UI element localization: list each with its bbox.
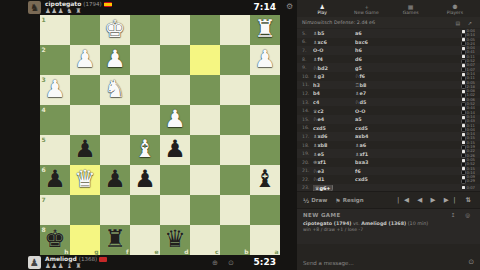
file-label: h: [64, 248, 68, 255]
white-move[interactable]: ♗e5: [313, 151, 355, 157]
black-chip-icon: [462, 120, 465, 123]
white-queen[interactable]: ♛: [70, 165, 100, 195]
square-g7[interactable]: [70, 195, 100, 225]
black-move[interactable]: bxc6: [355, 39, 397, 45]
rank-label: 5: [42, 136, 46, 143]
square-b5[interactable]: [220, 135, 250, 165]
square-c4[interactable]: [190, 105, 220, 135]
opponent-clock: 7:14: [254, 1, 276, 14]
square-c8[interactable]: c: [190, 225, 220, 255]
square-h7[interactable]: 7: [40, 195, 70, 225]
square-g6[interactable]: ♛: [70, 165, 100, 195]
black-chip-icon: [462, 34, 465, 37]
white-move[interactable]: ♘e4: [313, 116, 355, 122]
black-chip-icon: [462, 68, 465, 71]
square-d3[interactable]: [160, 75, 190, 105]
square-h4[interactable]: 4: [40, 105, 70, 135]
move-row: 17.♗xd6axb40:140:15: [297, 132, 480, 141]
black-move[interactable]: ♗e7: [355, 90, 397, 96]
white-chip-icon: [462, 176, 465, 179]
black-pawn[interactable]: ♟: [70, 135, 100, 165]
square-f2[interactable]: ♟: [100, 45, 130, 75]
black-move[interactable]: ♗a6: [355, 142, 397, 148]
white-chip-icon: [462, 73, 465, 76]
square-h1[interactable]: 1: [40, 15, 70, 45]
move-row: 8.♗f4d60:110:52: [297, 55, 480, 64]
rating-stakes: win +8 / draw +1 / lose -7: [303, 227, 474, 232]
black-pawn[interactable]: ♟: [160, 135, 190, 165]
resign-flag-icon: ⚑: [335, 197, 340, 204]
square-b2[interactable]: [220, 45, 250, 75]
move-row: 13.c4♘d50:060:52: [297, 98, 480, 107]
square-d8[interactable]: d♛: [160, 225, 190, 255]
draw-button[interactable]: ½ Draw: [303, 197, 327, 204]
square-a5[interactable]: [250, 135, 280, 165]
white-move[interactable]: ♕c2: [313, 108, 355, 114]
move-number: 12.: [302, 91, 313, 96]
white-chip-icon: [462, 64, 465, 67]
black-chip-icon: [462, 77, 465, 80]
tab-new-game[interactable]: ＋New Game: [345, 1, 387, 17]
white-move[interactable]: O-O: [313, 47, 355, 53]
white-chip-icon: [462, 38, 465, 41]
new-game-section: NEW GAME ↥ ◎ cipotegato (1794) vs. Ameli…: [297, 208, 480, 244]
white-move[interactable]: ♘bd2: [313, 65, 355, 71]
white-pawn[interactable]: ♟: [70, 45, 100, 75]
square-b3[interactable]: [220, 75, 250, 105]
move-number: 20.: [302, 160, 313, 165]
square-d4[interactable]: ♟: [160, 105, 190, 135]
white-chip-icon: [462, 30, 465, 33]
move-number: 16.: [302, 125, 313, 130]
board-settings-gear-icon[interactable]: ⚙: [286, 2, 293, 11]
move-row: 12.b4♗e70:081:02: [297, 89, 480, 98]
black-chip-icon: [462, 51, 465, 54]
move-row: 15.♘e4a50:140:43: [297, 115, 480, 124]
square-a3[interactable]: [250, 75, 280, 105]
square-g5[interactable]: ♟: [70, 135, 100, 165]
move-row: 16.cxd5cxd50:110:04: [297, 124, 480, 133]
black-move[interactable]: bxa3: [355, 159, 397, 165]
square-f1[interactable]: ♚: [100, 15, 130, 45]
chat-bar: Send a message... ⊙: [297, 244, 480, 270]
file-label: e: [154, 248, 158, 255]
white-chip-icon: [462, 107, 465, 110]
black-pawn[interactable]: ♟: [130, 165, 160, 195]
square-e7[interactable]: [130, 195, 160, 225]
country-flag-icon: [99, 257, 107, 262]
rank-label: 8: [42, 226, 46, 233]
black-move[interactable]: ♗xf1: [355, 151, 397, 157]
tab-icon: ▦: [408, 3, 414, 10]
clock-aux-icons[interactable]: ⊕ ⊙: [212, 257, 238, 269]
white-move[interactable]: b4: [313, 90, 355, 96]
black-chip-icon: [462, 154, 465, 157]
square-h3[interactable]: 3♟: [40, 75, 70, 105]
square-e6[interactable]: ♟: [130, 165, 160, 195]
square-e4[interactable]: [130, 105, 160, 135]
white-chip-icon: [462, 90, 465, 93]
tab-games[interactable]: ▦Games: [390, 1, 432, 17]
square-d7[interactable]: [160, 195, 190, 225]
white-move[interactable]: ♔xf1: [313, 159, 355, 165]
square-d5[interactable]: ♟: [160, 135, 190, 165]
square-e3[interactable]: [130, 75, 160, 105]
black-chip-icon: [462, 60, 465, 63]
move-number: 9.: [302, 65, 313, 70]
black-chip-icon: [462, 103, 465, 106]
square-a2[interactable]: ♟: [250, 45, 280, 75]
white-rook[interactable]: ♜: [250, 15, 280, 45]
board-column: ♞ cipotegato (1794) ♟♟♟ ♞ ♜ 7:14 ⚙ 1♚♜2♟…: [0, 0, 297, 270]
country-flag-icon: [104, 2, 112, 7]
white-move[interactable]: h3: [313, 82, 355, 88]
move-row: 19.♗e5♗xf10:220:26: [297, 149, 480, 158]
square-h6[interactable]: 6♟: [40, 165, 70, 195]
black-chip-icon: [462, 137, 465, 140]
tab-icon: ⚉: [452, 3, 457, 10]
file-label: d: [184, 248, 188, 255]
white-chip-icon: [462, 186, 465, 189]
move-navigation-buttons[interactable]: ❘◀ ◀ ▶ ▶❘ ⇅: [396, 196, 474, 204]
chess-board[interactable]: 1♚♜2♟♟♟3♟♞4♟5♟♝♟6♟♛♟♟♝78h♚gf♜ed♛cba: [40, 15, 280, 255]
move-number: 18.: [302, 143, 313, 148]
move-row: 5.♗b5a60:040:14: [297, 29, 480, 38]
chat-options-icon[interactable]: ⊙: [468, 258, 474, 266]
move-number: 17.: [302, 134, 313, 139]
black-move[interactable]: f6: [355, 168, 397, 174]
avatar[interactable]: ♟: [28, 256, 41, 269]
black-chip-icon: [462, 171, 465, 174]
black-move[interactable]: ♖b8: [355, 82, 397, 88]
square-f6[interactable]: ♟: [100, 165, 130, 195]
square-b7[interactable]: [220, 195, 250, 225]
white-chip-icon: [462, 133, 465, 136]
file-label: b: [244, 248, 248, 255]
move-row: 18.♗xb8♗a60:150:19: [297, 141, 480, 150]
black-move[interactable]: ♘f6: [355, 73, 397, 79]
move-number: 21.: [302, 168, 313, 173]
square-c7[interactable]: [190, 195, 220, 225]
white-chip-icon: [462, 124, 465, 127]
square-e2[interactable]: [130, 45, 160, 75]
white-move[interactable]: ♘d1: [313, 176, 355, 182]
move-row: 7.O-Oh60:040:41: [297, 46, 480, 55]
black-move[interactable]: h6: [355, 47, 397, 53]
square-b1[interactable]: [220, 15, 250, 45]
move-number: 19.: [302, 151, 313, 156]
white-chip-icon: [462, 55, 465, 58]
square-g8[interactable]: g: [70, 225, 100, 255]
black-move[interactable]: O-O: [355, 108, 397, 114]
square-g3[interactable]: [70, 75, 100, 105]
black-chip-icon: [462, 94, 465, 97]
move-row: 9.♘bd2g50:071:07: [297, 63, 480, 72]
panel-tabs: ♟Play＋New Game▦Games⚉Players: [297, 0, 480, 17]
square-g2[interactable]: ♟: [70, 45, 100, 75]
white-chip-icon: [462, 167, 465, 170]
square-a1[interactable]: ♜: [250, 15, 280, 45]
captured-pieces: ♟♟♟ ♝ ♜: [45, 262, 82, 270]
white-chip-icon: [462, 116, 465, 119]
rank-label: 7: [42, 196, 46, 203]
tab-players[interactable]: ⚉Players: [434, 1, 476, 17]
square-f7[interactable]: [100, 195, 130, 225]
black-move[interactable]: cxd5: [355, 125, 397, 131]
square-c6[interactable]: [190, 165, 220, 195]
square-b6[interactable]: [220, 165, 250, 195]
square-f8[interactable]: f♜: [100, 225, 130, 255]
square-g1[interactable]: [70, 15, 100, 45]
square-c2[interactable]: [190, 45, 220, 75]
white-chip-icon: [462, 159, 465, 162]
black-move[interactable]: cxd5: [355, 176, 397, 182]
move-row: 20.♔xf1bxa30:050:52: [297, 158, 480, 167]
white-move[interactable]: ♗xb8: [313, 142, 355, 148]
white-chip-icon: [462, 81, 465, 84]
rank-label: 4: [42, 106, 46, 113]
file-label: c: [215, 248, 219, 255]
square-b4[interactable]: [220, 105, 250, 135]
white-move[interactable]: ♗b5: [313, 30, 355, 36]
white-chip-icon: [462, 141, 465, 144]
move-number: 5.: [302, 31, 313, 36]
square-b8[interactable]: b: [220, 225, 250, 255]
white-chip-icon: [462, 47, 465, 50]
square-g4[interactable]: [70, 105, 100, 135]
move-number: 13.: [302, 100, 313, 105]
move-row: 22.♘d1cxd50:090:29: [297, 175, 480, 184]
square-a6[interactable]: ♝: [250, 165, 280, 195]
resign-button[interactable]: ⚑ Resign: [335, 197, 363, 204]
white-move[interactable]: cxd5: [313, 125, 355, 131]
square-d6[interactable]: [160, 165, 190, 195]
move-row: 11.h3♖b80:052:18: [297, 81, 480, 90]
game-actions-bar: ½ Draw ⚑ Resign ❘◀ ◀ ▶ ▶❘ ⇅: [297, 191, 480, 208]
square-e1[interactable]: [130, 15, 160, 45]
black-pawn[interactable]: ♟: [100, 165, 130, 195]
move-number: 14.: [302, 108, 313, 113]
square-f3[interactable]: ♞: [100, 75, 130, 105]
black-move[interactable]: a5: [355, 116, 397, 122]
move-row: 14.♕c2O-O0:440:14: [297, 106, 480, 115]
opening-name-bar: Nimzowitsch Defense: 2.d4 e6 ▤ ↗: [297, 17, 480, 28]
rank-label: 6: [42, 166, 46, 173]
move-row: 23.♕g6+0:07: [297, 184, 480, 191]
square-c5[interactable]: [190, 135, 220, 165]
file-label: g: [94, 248, 98, 255]
move-times: 0:090:29: [462, 175, 475, 183]
captured-pieces: ♟♟♟ ♞ ♜: [45, 7, 82, 15]
white-chip-icon: [462, 98, 465, 101]
square-e5[interactable]: ♝: [130, 135, 160, 165]
rank-label: 1: [42, 16, 46, 23]
move-list[interactable]: 5.♗b5a60:040:146.♗xc6bxc60:050:247.O-Oh6…: [297, 28, 480, 191]
square-c3[interactable]: [190, 75, 220, 105]
matchup-line: cipotegato (1794) vs. Ameliogd (1368) (1…: [303, 221, 474, 226]
new-game-icons[interactable]: ↥ ◎: [451, 212, 474, 218]
white-king[interactable]: ♚: [100, 15, 130, 45]
move-number: 15.: [302, 117, 313, 122]
move-times: 0:07: [462, 186, 475, 190]
move-number: 22.: [302, 177, 313, 182]
square-a8[interactable]: a: [250, 225, 280, 255]
move-number: 23.: [302, 185, 313, 190]
white-pawn[interactable]: ♟: [100, 45, 130, 75]
opponent-rating: (1794): [83, 0, 101, 8]
move-row: 10.♗g3♘f60:140:11: [297, 72, 480, 81]
square-h2[interactable]: 2: [40, 45, 70, 75]
black-chip-icon: [462, 128, 465, 131]
square-a4[interactable]: [250, 105, 280, 135]
black-move[interactable]: axb4: [355, 133, 397, 139]
white-pawn[interactable]: ♟: [160, 105, 190, 135]
move-number: 8.: [302, 57, 313, 62]
square-e8[interactable]: e: [130, 225, 160, 255]
opening-explorer-icons[interactable]: ▤ ↗: [455, 20, 475, 26]
tab-play[interactable]: ♟Play: [301, 1, 343, 17]
app-window: ♞ cipotegato (1794) ♟♟♟ ♞ ♜ 7:14 ⚙ 1♚♜2♟…: [0, 0, 480, 270]
black-move[interactable]: d6: [355, 56, 397, 62]
move-number: 10.: [302, 74, 313, 79]
white-move[interactable]: ♗f4: [313, 56, 355, 62]
white-bishop[interactable]: ♝: [130, 135, 160, 165]
square-d2[interactable]: [160, 45, 190, 75]
move-number: 7.: [302, 48, 313, 53]
move-number: 11.: [302, 82, 313, 87]
square-h5[interactable]: 5: [40, 135, 70, 165]
white-move[interactable]: ♘e3: [313, 168, 355, 174]
rank-label: 3: [42, 76, 46, 83]
move-row: 6.♗xc6bxc60:050:24: [297, 38, 480, 47]
opponent-bar: ♞ cipotegato (1794) ♟♟♟ ♞ ♜ 7:14: [28, 0, 288, 15]
new-game-title: NEW GAME: [303, 212, 474, 218]
white-move[interactable]: ♗xc6: [313, 39, 355, 45]
black-chip-icon: [462, 42, 465, 45]
move-row: 21.♘e3f60:150:14: [297, 167, 480, 176]
white-move[interactable]: c4: [313, 99, 355, 105]
chat-message-input[interactable]: Send a message...: [303, 260, 354, 266]
black-chip-icon: [462, 111, 465, 114]
black-move[interactable]: ♘d5: [355, 99, 397, 105]
player-bar: ♟ Ameliogd (1368) ♟♟♟ ♝ ♜ ⊕ ⊙ 5:23: [28, 255, 288, 270]
player-clock: 5:23: [254, 256, 276, 269]
square-d1[interactable]: [160, 15, 190, 45]
rank-label: 2: [42, 46, 46, 53]
side-panel: ♟Play＋New Game▦Games⚉Players Nimzowitsch…: [297, 0, 480, 270]
opening-name: Nimzowitsch Defense: 2.d4 e6: [302, 20, 375, 25]
black-chip-icon: [462, 85, 465, 88]
square-f5[interactable]: [100, 135, 130, 165]
tab-icon: ＋: [363, 3, 369, 10]
white-knight[interactable]: ♞: [100, 75, 130, 105]
square-h8[interactable]: 8h♚: [40, 225, 70, 255]
black-chip-icon: [462, 146, 465, 149]
white-move[interactable]: ♗g3: [313, 73, 355, 79]
black-chip-icon: [462, 163, 465, 166]
black-move[interactable]: a6: [355, 30, 397, 36]
tab-icon: ♟: [319, 3, 324, 10]
file-label: a: [274, 248, 278, 255]
draw-half-icon: ½: [303, 197, 309, 204]
square-a7[interactable]: [250, 195, 280, 225]
white-pawn[interactable]: ♟: [250, 45, 280, 75]
file-label: f: [126, 248, 129, 255]
square-c1[interactable]: [190, 15, 220, 45]
white-move[interactable]: ♗xd6: [313, 133, 355, 139]
black-bishop[interactable]: ♝: [250, 165, 280, 195]
black-move[interactable]: g5: [355, 65, 397, 71]
move-number: 6.: [302, 39, 313, 44]
avatar[interactable]: ♞: [28, 1, 41, 14]
square-f4[interactable]: [100, 105, 130, 135]
black-chip-icon: [462, 180, 465, 183]
white-chip-icon: [462, 150, 465, 153]
